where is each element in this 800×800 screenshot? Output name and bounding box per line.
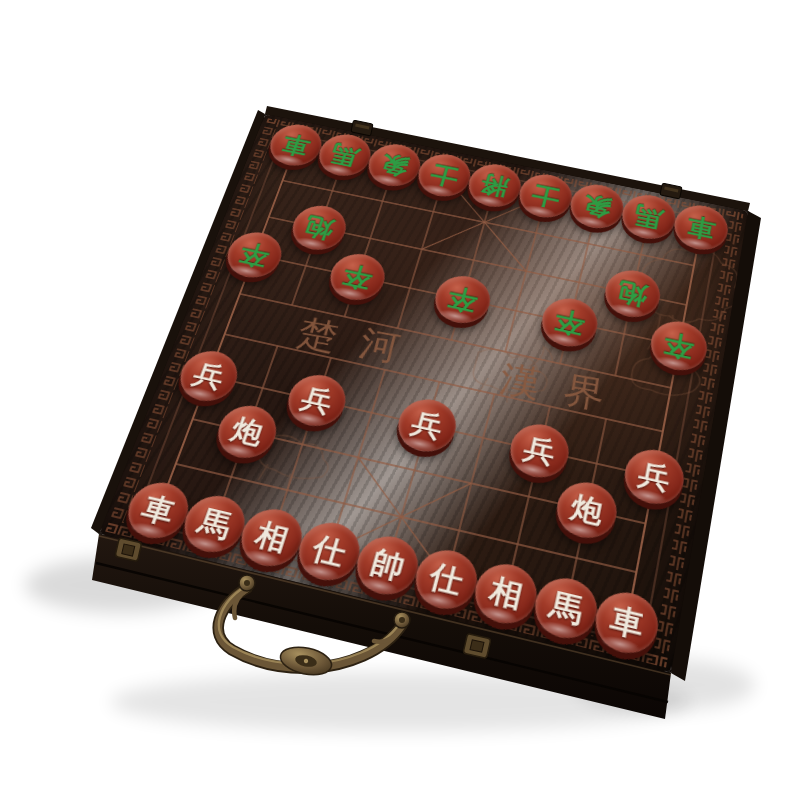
- piece-red-cannon-f2r8[interactable]: 炮: [211, 400, 284, 463]
- piece-glyph: 士: [428, 161, 462, 188]
- piece-glyph: 卒: [237, 240, 273, 269]
- piece-glyph: 卒: [445, 284, 480, 314]
- piece-glyph: 炮: [302, 213, 337, 242]
- piece-black-soldier-f7r4[interactable]: 卒: [537, 293, 602, 351]
- piece-glyph: 車: [608, 603, 647, 642]
- piece-glyph: 卒: [340, 262, 376, 292]
- piece-glyph: 相: [486, 574, 525, 612]
- piece-glyph: 兵: [636, 459, 672, 494]
- piece-glyph: 車: [138, 492, 179, 528]
- piece-glyph: 象: [581, 192, 614, 220]
- piece-glyph: 車: [279, 131, 313, 158]
- piece-glyph: 馬: [328, 141, 362, 168]
- piece-red-soldier-f5r7[interactable]: 兵: [392, 394, 462, 457]
- piece-red-soldier-f7r7[interactable]: 兵: [505, 418, 574, 482]
- piece-glyph: 卒: [662, 330, 696, 362]
- piece-red-soldier-f3r7[interactable]: 兵: [281, 369, 352, 431]
- piece-black-soldier-f9r4[interactable]: 卒: [647, 316, 711, 375]
- piece-glyph: 兵: [298, 383, 336, 416]
- piece-glyph: 馬: [194, 505, 235, 541]
- piece-glyph: 馬: [547, 588, 586, 627]
- xiangqi-box-photo: 楚河 漢界 車馬象士將士象馬車炮炮卒卒卒卒卒兵兵兵兵兵炮炮車馬相仕帥仕相馬車: [0, 0, 800, 800]
- piece-glyph: 炮: [568, 492, 605, 528]
- piece-glyph: 相: [252, 519, 292, 556]
- piece-glyph: 士: [529, 182, 562, 210]
- piece-glyph: 仕: [427, 560, 467, 598]
- piece-glyph: 兵: [521, 433, 558, 467]
- piece-glyph: 馬: [633, 202, 666, 230]
- piece-glyph: 仕: [309, 532, 349, 569]
- piece-glyph: 象: [378, 151, 412, 178]
- piece-glyph: 炮: [228, 414, 267, 448]
- piece-glyph: 兵: [408, 408, 445, 442]
- piece-glyph: 炮: [616, 278, 650, 308]
- piece-glyph: 卒: [552, 306, 587, 337]
- piece-glyph: 帥: [368, 546, 408, 584]
- piece-red-soldier-f9r7[interactable]: 兵: [620, 444, 688, 510]
- piece-glyph: 車: [685, 213, 717, 242]
- piece-black-cannon-f2r3[interactable]: 炮: [286, 201, 352, 255]
- piece-glyph: 兵: [190, 359, 228, 391]
- piece-glyph: 將: [478, 171, 511, 199]
- piece-black-cannon-f8r3[interactable]: 炮: [601, 265, 664, 322]
- piece-black-soldier-f5r4[interactable]: 卒: [430, 271, 496, 328]
- piece-red-cannon-f8r8[interactable]: 炮: [552, 476, 622, 543]
- piece-black-soldier-f3r4[interactable]: 卒: [324, 249, 391, 305]
